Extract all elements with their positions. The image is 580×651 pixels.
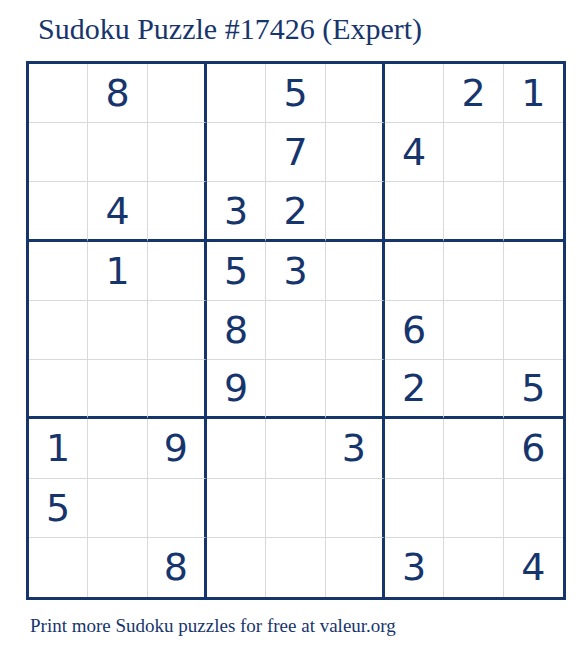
given-digit: 3 bbox=[224, 192, 248, 230]
sudoku-board: 8521744321538692519365834 bbox=[26, 61, 566, 600]
given-digit: 2 bbox=[283, 192, 307, 230]
cell-r4c3[interactable] bbox=[148, 242, 207, 301]
given-digit: 8 bbox=[105, 74, 129, 112]
given-digit: 3 bbox=[402, 548, 426, 586]
cell-r6c4[interactable]: 9 bbox=[207, 360, 266, 419]
cell-r5c2[interactable] bbox=[88, 301, 147, 360]
cell-r1c7[interactable] bbox=[385, 64, 444, 123]
cell-r8c6[interactable] bbox=[326, 479, 385, 538]
cell-r1c2[interactable]: 8 bbox=[88, 64, 147, 123]
cell-r9c8[interactable] bbox=[444, 538, 503, 597]
cell-r2c6[interactable] bbox=[326, 123, 385, 182]
given-digit: 3 bbox=[342, 429, 366, 467]
cell-r4c9[interactable] bbox=[504, 242, 563, 301]
cell-r1c6[interactable] bbox=[326, 64, 385, 123]
cell-r9c9[interactable]: 4 bbox=[504, 538, 563, 597]
given-digit: 4 bbox=[402, 133, 426, 171]
given-digit: 5 bbox=[521, 369, 545, 407]
given-digit: 5 bbox=[224, 252, 248, 290]
footer-text: Print more Sudoku puzzles for free at va… bbox=[30, 615, 396, 637]
given-digit: 4 bbox=[105, 192, 129, 230]
cell-r6c7[interactable]: 2 bbox=[385, 360, 444, 419]
given-digit: 1 bbox=[105, 252, 129, 290]
cell-r4c1[interactable] bbox=[29, 242, 88, 301]
cell-r8c9[interactable] bbox=[504, 479, 563, 538]
cell-r6c6[interactable] bbox=[326, 360, 385, 419]
cell-r4c2[interactable]: 1 bbox=[88, 242, 147, 301]
cell-r3c6[interactable] bbox=[326, 182, 385, 241]
cell-r9c6[interactable] bbox=[326, 538, 385, 597]
cell-r9c4[interactable] bbox=[207, 538, 266, 597]
given-digit: 1 bbox=[46, 429, 70, 467]
cell-r3c9[interactable] bbox=[504, 182, 563, 241]
given-digit: 1 bbox=[521, 74, 545, 112]
given-digit: 8 bbox=[224, 311, 248, 349]
cell-r5c5[interactable] bbox=[266, 301, 325, 360]
given-digit: 5 bbox=[283, 74, 307, 112]
cell-r5c1[interactable] bbox=[29, 301, 88, 360]
cell-r3c5[interactable]: 2 bbox=[266, 182, 325, 241]
cell-r9c3[interactable]: 8 bbox=[148, 538, 207, 597]
cell-r4c6[interactable] bbox=[326, 242, 385, 301]
cell-r2c9[interactable] bbox=[504, 123, 563, 182]
cell-r1c8[interactable]: 2 bbox=[444, 64, 503, 123]
cell-r7c3[interactable]: 9 bbox=[148, 419, 207, 478]
cell-r4c4[interactable]: 5 bbox=[207, 242, 266, 301]
cell-r4c5[interactable]: 3 bbox=[266, 242, 325, 301]
cell-r1c9[interactable]: 1 bbox=[504, 64, 563, 123]
cell-r5c7[interactable]: 6 bbox=[385, 301, 444, 360]
cell-r6c1[interactable] bbox=[29, 360, 88, 419]
given-digit: 6 bbox=[521, 429, 545, 467]
page-title: Sudoku Puzzle #17426 (Expert) bbox=[38, 12, 422, 46]
cell-r8c8[interactable] bbox=[444, 479, 503, 538]
cell-r5c3[interactable] bbox=[148, 301, 207, 360]
cell-r6c8[interactable] bbox=[444, 360, 503, 419]
cell-r8c3[interactable] bbox=[148, 479, 207, 538]
cell-r7c6[interactable]: 3 bbox=[326, 419, 385, 478]
cell-r3c7[interactable] bbox=[385, 182, 444, 241]
cell-r2c4[interactable] bbox=[207, 123, 266, 182]
cell-r3c8[interactable] bbox=[444, 182, 503, 241]
cell-r6c9[interactable]: 5 bbox=[504, 360, 563, 419]
given-digit: 4 bbox=[521, 548, 545, 586]
cell-r2c8[interactable] bbox=[444, 123, 503, 182]
cell-r1c5[interactable]: 5 bbox=[266, 64, 325, 123]
cell-r7c1[interactable]: 1 bbox=[29, 419, 88, 478]
given-digit: 7 bbox=[283, 133, 307, 171]
cell-r6c2[interactable] bbox=[88, 360, 147, 419]
cell-r7c8[interactable] bbox=[444, 419, 503, 478]
cell-r5c6[interactable] bbox=[326, 301, 385, 360]
cell-r3c4[interactable]: 3 bbox=[207, 182, 266, 241]
given-digit: 2 bbox=[461, 74, 485, 112]
given-digit: 5 bbox=[46, 489, 70, 527]
cell-r4c8[interactable] bbox=[444, 242, 503, 301]
cell-r7c9[interactable]: 6 bbox=[504, 419, 563, 478]
cell-r8c4[interactable] bbox=[207, 479, 266, 538]
cell-r2c5[interactable]: 7 bbox=[266, 123, 325, 182]
cell-r5c4[interactable]: 8 bbox=[207, 301, 266, 360]
cell-r2c3[interactable] bbox=[148, 123, 207, 182]
cell-r3c3[interactable] bbox=[148, 182, 207, 241]
cell-r9c2[interactable] bbox=[88, 538, 147, 597]
cell-r9c1[interactable] bbox=[29, 538, 88, 597]
cell-r9c5[interactable] bbox=[266, 538, 325, 597]
given-digit: 9 bbox=[164, 429, 188, 467]
cell-r7c4[interactable] bbox=[207, 419, 266, 478]
cell-r8c5[interactable] bbox=[266, 479, 325, 538]
given-digit: 6 bbox=[402, 311, 426, 349]
cell-r7c7[interactable] bbox=[385, 419, 444, 478]
cell-r3c1[interactable] bbox=[29, 182, 88, 241]
cell-r5c9[interactable] bbox=[504, 301, 563, 360]
cell-r6c5[interactable] bbox=[266, 360, 325, 419]
cell-r8c7[interactable] bbox=[385, 479, 444, 538]
given-digit: 3 bbox=[283, 252, 307, 290]
cell-r6c3[interactable] bbox=[148, 360, 207, 419]
cell-r1c4[interactable] bbox=[207, 64, 266, 123]
cell-r2c2[interactable] bbox=[88, 123, 147, 182]
cell-r4c7[interactable] bbox=[385, 242, 444, 301]
cell-r3c2[interactable]: 4 bbox=[88, 182, 147, 241]
cell-r8c1[interactable]: 5 bbox=[29, 479, 88, 538]
cell-r1c3[interactable] bbox=[148, 64, 207, 123]
cell-r1c1[interactable] bbox=[29, 64, 88, 123]
cell-r7c5[interactable] bbox=[266, 419, 325, 478]
given-digit: 2 bbox=[402, 369, 426, 407]
cell-r8c2[interactable] bbox=[88, 479, 147, 538]
cell-r2c7[interactable]: 4 bbox=[385, 123, 444, 182]
cell-r5c8[interactable] bbox=[444, 301, 503, 360]
cell-r7c2[interactable] bbox=[88, 419, 147, 478]
cell-r9c7[interactable]: 3 bbox=[385, 538, 444, 597]
cell-r2c1[interactable] bbox=[29, 123, 88, 182]
sudoku-page: Sudoku Puzzle #17426 (Expert) 8521744321… bbox=[0, 0, 580, 651]
given-digit: 9 bbox=[224, 369, 248, 407]
given-digit: 8 bbox=[164, 548, 188, 586]
